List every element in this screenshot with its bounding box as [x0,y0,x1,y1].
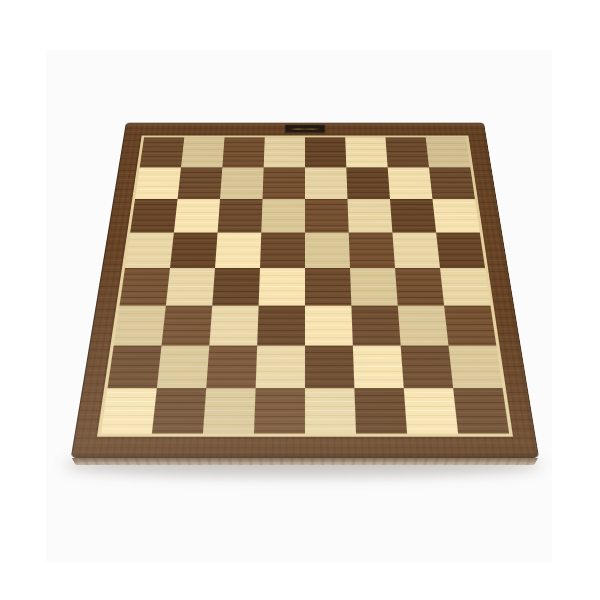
square-r5c4 [259,268,305,306]
square-r8c2 [152,388,206,433]
square-r2c6 [346,167,390,199]
square-r7c2 [157,346,209,389]
square-r1c1 [140,137,185,167]
square-r4c3 [215,233,261,268]
square-r1c2 [181,137,225,167]
square-r1c7 [385,137,429,167]
square-r4c1 [125,233,174,268]
square-r1c5 [305,137,346,167]
square-r6c7 [398,306,449,346]
square-r6c1 [114,306,166,346]
square-r1c4 [264,137,305,167]
square-r8c8 [453,388,509,433]
square-r1c8 [426,137,471,167]
square-r3c1 [130,199,177,232]
square-r5c7 [395,268,444,306]
square-r4c6 [349,233,395,268]
square-r6c2 [162,306,213,346]
square-r1c3 [222,137,264,167]
square-r5c3 [212,268,260,306]
square-r7c1 [107,346,161,389]
square-r7c5 [305,346,354,389]
square-r3c4 [261,199,305,232]
square-r8c6 [354,388,407,433]
square-r6c4 [257,306,305,346]
square-r4c5 [305,233,350,268]
square-r6c3 [209,306,258,346]
square-r5c8 [440,268,490,306]
board-playfield [97,136,513,437]
square-r5c5 [305,268,351,306]
square-r8c4 [254,388,305,433]
square-r3c3 [218,199,263,232]
square-r4c4 [260,233,305,268]
square-r2c1 [135,167,181,199]
square-r3c8 [432,199,479,232]
square-r8c1 [101,388,157,433]
chess-board [71,123,540,458]
square-r3c7 [390,199,436,232]
brand-plaque [285,125,326,133]
square-r7c3 [206,346,257,389]
square-r8c5 [305,388,356,433]
board-front-edge [72,458,538,465]
square-r2c3 [220,167,264,199]
square-r2c8 [429,167,475,199]
square-r2c5 [305,167,347,199]
product-photo [0,0,600,600]
square-r7c6 [353,346,404,389]
square-r5c1 [120,268,170,306]
square-r2c2 [178,167,223,199]
square-r3c2 [174,199,220,232]
board-grid [101,137,509,433]
square-r4c8 [436,233,485,268]
square-r6c5 [305,306,353,346]
square-r5c6 [350,268,398,306]
square-r6c6 [351,306,400,346]
square-r8c7 [404,388,458,433]
square-r2c4 [263,167,305,199]
square-r4c2 [170,233,218,268]
square-r3c5 [305,199,349,232]
square-r5c2 [166,268,215,306]
square-r6c8 [444,306,496,346]
square-r3c6 [347,199,392,232]
square-r7c7 [401,346,453,389]
square-r7c4 [256,346,305,389]
square-r2c7 [388,167,433,199]
square-r4c7 [392,233,440,268]
square-r7c8 [448,346,502,389]
square-r1c6 [345,137,387,167]
square-r8c3 [203,388,256,433]
